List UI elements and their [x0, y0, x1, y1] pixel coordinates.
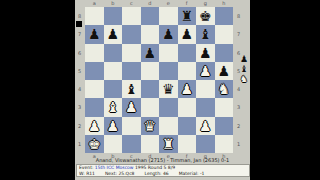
white-pawn: ♟ [125, 98, 138, 116]
square-f1[interactable] [178, 135, 197, 153]
black-bishop-icon: ♝ [240, 64, 248, 74]
black-bishop: ♝ [199, 25, 212, 43]
black-pawn-icon: ♟ [240, 54, 248, 64]
game-info-box: Event: 15th ICC Moscow 1995 Round 5 8/9 … [76, 164, 250, 177]
black-king: ♚ [199, 7, 212, 25]
square-d2[interactable]: ♛ [141, 117, 160, 135]
square-b7[interactable]: ♟ [104, 25, 123, 43]
square-d5[interactable] [141, 62, 160, 80]
square-a7[interactable]: ♟ [85, 25, 104, 43]
square-a2[interactable]: ♟ [85, 117, 104, 135]
rank-label-2: 2 [75, 117, 84, 135]
black-pawn: ♟ [143, 44, 156, 62]
rank-label-1: 1 [75, 135, 84, 153]
file-label-g: g [196, 0, 215, 6]
square-g1[interactable] [196, 135, 215, 153]
square-h1[interactable] [215, 135, 234, 153]
rank-label-7: 7 [234, 25, 243, 43]
captured-material-tray: ♟♝♞ [239, 54, 249, 84]
file-label-a: a [85, 0, 104, 6]
chess-board[interactable]: ♜♚♟♟♟♟♝♟♟♟♟♝♛♟♞♝♟♟♟♛♟♚♜ [85, 7, 233, 153]
square-e1[interactable]: ♜ [159, 135, 178, 153]
square-b3[interactable]: ♝ [104, 98, 123, 116]
square-d3[interactable] [141, 98, 160, 116]
file-label-h: h [215, 0, 234, 6]
square-e8[interactable] [159, 7, 178, 25]
square-b4[interactable] [104, 80, 123, 98]
file-label-f: f [178, 0, 197, 6]
square-b2[interactable]: ♟ [104, 117, 123, 135]
square-c7[interactable] [122, 25, 141, 43]
video-frame: abcdefgh 87654321 ♜♚♟♟♟♟♝♟♟♟♟♝♛♟♞♝♟♟♟♛♟♚… [0, 0, 320, 180]
square-g4[interactable] [196, 80, 215, 98]
square-e7[interactable]: ♟ [159, 25, 178, 43]
event-rest: 1995 Round 5 8/9 [134, 165, 176, 170]
black-queen: ♛ [162, 80, 175, 98]
square-a4[interactable] [85, 80, 104, 98]
square-c8[interactable] [122, 7, 141, 25]
square-a3[interactable] [85, 98, 104, 116]
square-e3[interactable] [159, 98, 178, 116]
file-label-e: e [159, 0, 178, 6]
event-link[interactable]: 15th ICC Moscow [95, 165, 134, 170]
square-b1[interactable] [104, 135, 123, 153]
white-pawn: ♟ [88, 117, 101, 135]
file-labels-top: abcdefgh [85, 0, 233, 6]
chess-panel: abcdefgh 87654321 ♜♚♟♟♟♟♝♟♟♟♟♝♛♟♞♝♟♟♟♛♟♚… [75, 0, 250, 180]
square-g5[interactable]: ♟ [196, 62, 215, 80]
white-knight-icon: ♞ [240, 74, 248, 84]
white-bishop: ♝ [106, 98, 119, 116]
square-c4[interactable]: ♝ [122, 80, 141, 98]
square-h4[interactable]: ♞ [215, 80, 234, 98]
square-d8[interactable] [141, 7, 160, 25]
square-g6[interactable]: ♟ [196, 44, 215, 62]
status-next-move: Next: 25.Qc8 [105, 171, 134, 176]
square-e5[interactable] [159, 62, 178, 80]
players-line: Anand, Viswanathan (2715) - Timman, Jan … [75, 157, 250, 164]
status-length: Length: 46 [144, 171, 168, 176]
square-d1[interactable] [141, 135, 160, 153]
square-h6[interactable] [215, 44, 234, 62]
rank-label-3: 3 [75, 98, 84, 116]
rank-label-2: 2 [234, 117, 243, 135]
square-e4[interactable]: ♛ [159, 80, 178, 98]
black-bishop: ♝ [125, 80, 138, 98]
white-rook: ♜ [162, 135, 175, 153]
event-label: Event: [79, 165, 95, 170]
white-pawn: ♟ [199, 117, 212, 135]
square-b8[interactable] [104, 7, 123, 25]
black-pawn: ♟ [180, 25, 193, 43]
square-b5[interactable] [104, 62, 123, 80]
square-e2[interactable] [159, 117, 178, 135]
square-c3[interactable]: ♟ [122, 98, 141, 116]
square-h3[interactable] [215, 98, 234, 116]
square-h7[interactable] [215, 25, 234, 43]
square-a6[interactable] [85, 44, 104, 62]
square-d4[interactable] [141, 80, 160, 98]
white-pawn: ♟ [106, 117, 119, 135]
square-g3[interactable] [196, 98, 215, 116]
square-f7[interactable]: ♟ [178, 25, 197, 43]
black-pawn: ♟ [162, 25, 175, 43]
black-pawn: ♟ [88, 25, 101, 43]
square-h8[interactable] [215, 7, 234, 25]
square-c6[interactable] [122, 44, 141, 62]
square-h5[interactable]: ♟ [215, 62, 234, 80]
black-rook: ♜ [180, 7, 193, 25]
rank-label-7: 7 [75, 25, 84, 43]
white-queen: ♛ [143, 117, 156, 135]
rank-label-6: 6 [75, 44, 84, 62]
black-pawn: ♟ [217, 62, 230, 80]
square-g8[interactable]: ♚ [196, 7, 215, 25]
square-h2[interactable] [215, 117, 234, 135]
rank-label-4: 4 [75, 80, 84, 98]
file-label-d: d [141, 0, 160, 6]
square-a8[interactable] [85, 7, 104, 25]
square-b6[interactable] [104, 44, 123, 62]
square-f8[interactable]: ♜ [178, 7, 197, 25]
square-f5[interactable] [178, 62, 197, 80]
white-pawn: ♟ [180, 80, 193, 98]
rank-label-3: 3 [234, 98, 243, 116]
square-c2[interactable] [122, 117, 141, 135]
square-d7[interactable] [141, 25, 160, 43]
rank-label-8: 8 [234, 7, 243, 25]
rank-labels-left: 87654321 [75, 7, 84, 153]
status-white: W: R11 [79, 171, 95, 176]
black-pawn: ♟ [106, 25, 119, 43]
square-a5[interactable] [85, 62, 104, 80]
square-e6[interactable] [159, 44, 178, 62]
square-g7[interactable]: ♝ [196, 25, 215, 43]
square-c5[interactable] [122, 62, 141, 80]
file-label-c: c [122, 0, 141, 6]
square-a1[interactable]: ♚ [85, 135, 104, 153]
square-f4[interactable]: ♟ [178, 80, 197, 98]
square-d6[interactable]: ♟ [141, 44, 160, 62]
square-f3[interactable] [178, 98, 197, 116]
black-pawn: ♟ [199, 44, 212, 62]
file-label-b: b [104, 0, 123, 6]
square-f6[interactable] [178, 44, 197, 62]
black-to-move-indicator [76, 21, 82, 27]
status-material: Material: -1 [179, 171, 205, 176]
square-f2[interactable] [178, 117, 197, 135]
status-line: W: R11Next: 25.Qc8Length: 46Material: -1 [77, 171, 249, 177]
white-king: ♚ [88, 135, 101, 153]
rank-label-1: 1 [234, 135, 243, 153]
white-pawn: ♟ [199, 62, 212, 80]
square-c1[interactable] [122, 135, 141, 153]
white-knight: ♞ [217, 80, 230, 98]
rank-label-5: 5 [75, 62, 84, 80]
square-g2[interactable]: ♟ [196, 117, 215, 135]
